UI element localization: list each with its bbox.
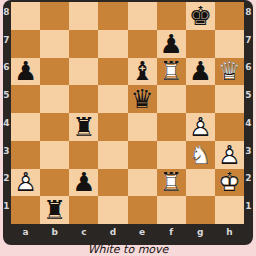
rank-label-3-left: 3 — [2, 137, 11, 165]
square-e2[interactable] — [128, 169, 157, 197]
square-f3[interactable] — [157, 141, 186, 169]
square-b6[interactable] — [40, 58, 69, 86]
file-label-g: g — [186, 224, 215, 240]
square-f6[interactable]: ♜♖ — [157, 58, 186, 86]
rank-label-2-right: 2 — [244, 165, 253, 193]
file-labels-bottom: abcdefgh — [11, 224, 244, 240]
pawn-icon: ♙ — [215, 141, 244, 169]
piece-white-pawn[interactable]: ♟♙ — [186, 113, 215, 141]
square-e1[interactable] — [128, 196, 157, 224]
square-h6[interactable]: ♛♕ — [215, 58, 244, 86]
pawn-icon: ♙ — [11, 169, 40, 197]
piece-white-pawn[interactable]: ♟♙ — [215, 141, 244, 169]
square-d4[interactable] — [98, 113, 127, 141]
rank-label-2-left: 2 — [2, 165, 11, 193]
rank-label-1-right: 1 — [244, 192, 253, 220]
square-h8[interactable] — [215, 2, 244, 30]
square-e7[interactable] — [128, 30, 157, 58]
side-to-move-caption: White to move — [0, 243, 256, 256]
piece-white-knight[interactable]: ♞♘ — [186, 141, 215, 169]
rank-label-3-right: 3 — [244, 137, 253, 165]
rank-label-5-right: 5 — [244, 81, 253, 109]
square-g1[interactable] — [186, 196, 215, 224]
piece-white-queen[interactable]: ♛♕ — [215, 58, 244, 86]
square-e8[interactable] — [128, 2, 157, 30]
piece-black-pawn[interactable]: ♟ — [157, 30, 186, 58]
rank-label-8-right: 8 — [244, 0, 253, 26]
square-c5[interactable] — [69, 85, 98, 113]
square-a8[interactable] — [11, 2, 40, 30]
square-f8[interactable] — [157, 2, 186, 30]
piece-black-king[interactable]: ♚ — [186, 2, 215, 30]
square-c3[interactable] — [69, 141, 98, 169]
queen-icon: ♕ — [215, 58, 244, 86]
square-b2[interactable] — [40, 169, 69, 197]
square-f4[interactable] — [157, 113, 186, 141]
square-h7[interactable] — [215, 30, 244, 58]
square-b7[interactable] — [40, 30, 69, 58]
square-d1[interactable] — [98, 196, 127, 224]
square-g3[interactable]: ♞♘ — [186, 141, 215, 169]
piece-white-rook[interactable]: ♜♖ — [157, 169, 186, 197]
square-h2[interactable]: ♚♔ — [215, 169, 244, 197]
rank-label-8-left: 8 — [2, 0, 11, 26]
square-g2[interactable] — [186, 169, 215, 197]
square-h4[interactable] — [215, 113, 244, 141]
square-f5[interactable] — [157, 85, 186, 113]
square-f2[interactable]: ♜♖ — [157, 169, 186, 197]
square-g4[interactable]: ♟♙ — [186, 113, 215, 141]
rank-label-4-right: 4 — [244, 109, 253, 137]
piece-black-rook[interactable]: ♜ — [40, 196, 69, 224]
square-d7[interactable] — [98, 30, 127, 58]
square-d6[interactable] — [98, 58, 127, 86]
file-label-f: f — [157, 224, 186, 240]
square-b5[interactable] — [40, 85, 69, 113]
square-e3[interactable] — [128, 141, 157, 169]
square-e5[interactable]: ♛ — [128, 85, 157, 113]
piece-black-rook[interactable]: ♜ — [69, 113, 98, 141]
rook-icon: ♖ — [157, 58, 186, 86]
square-c4[interactable]: ♜ — [69, 113, 98, 141]
square-e6[interactable]: ♝ — [128, 58, 157, 86]
square-h3[interactable]: ♟♙ — [215, 141, 244, 169]
piece-black-queen[interactable]: ♛ — [128, 85, 157, 113]
piece-white-rook[interactable]: ♜♖ — [157, 58, 186, 86]
piece-black-pawn[interactable]: ♟ — [186, 58, 215, 86]
square-h1[interactable] — [215, 196, 244, 224]
chess-board[interactable]: ♚♟♟♝♜♖♟♛♕♛♜♟♙♞♘♟♙♟♙♟♜♖♚♔♜ — [11, 2, 244, 224]
rank-label-4-left: 4 — [2, 109, 11, 137]
rank-label-1-left: 1 — [2, 192, 11, 220]
square-g6[interactable]: ♟ — [186, 58, 215, 86]
square-f7[interactable]: ♟ — [157, 30, 186, 58]
file-label-h: h — [215, 224, 244, 240]
file-label-e: e — [128, 224, 157, 240]
rank-label-7-left: 7 — [2, 26, 11, 54]
rook-icon: ♖ — [157, 169, 186, 197]
rank-label-5-left: 5 — [2, 81, 11, 109]
square-d3[interactable] — [98, 141, 127, 169]
square-a7[interactable] — [11, 30, 40, 58]
square-a6[interactable]: ♟ — [11, 58, 40, 86]
square-d8[interactable] — [98, 2, 127, 30]
square-b3[interactable] — [40, 141, 69, 169]
square-d2[interactable] — [98, 169, 127, 197]
square-b8[interactable] — [40, 2, 69, 30]
rank-labels-left: 87654321 — [2, 2, 11, 224]
piece-black-pawn[interactable]: ♟ — [11, 58, 40, 86]
square-c6[interactable] — [69, 58, 98, 86]
square-e4[interactable] — [128, 113, 157, 141]
king-icon: ♔ — [215, 169, 244, 197]
rank-labels-right: 87654321 — [244, 2, 253, 224]
square-c2[interactable]: ♟ — [69, 169, 98, 197]
square-c8[interactable] — [69, 2, 98, 30]
square-d5[interactable] — [98, 85, 127, 113]
square-b4[interactable] — [40, 113, 69, 141]
square-c1[interactable] — [69, 196, 98, 224]
square-g5[interactable] — [186, 85, 215, 113]
square-a4[interactable] — [11, 113, 40, 141]
file-label-b: b — [40, 224, 69, 240]
file-label-a: a — [11, 224, 40, 240]
chess-board-frame: 87654321 ♚♟♟♝♜♖♟♛♕♛♜♟♙♞♘♟♙♟♙♟♜♖♚♔♜ 87654… — [3, 0, 253, 245]
piece-white-king[interactable]: ♚♔ — [215, 169, 244, 197]
file-label-d: d — [98, 224, 127, 240]
piece-black-bishop[interactable]: ♝ — [128, 58, 157, 86]
square-b1[interactable]: ♜ — [40, 196, 69, 224]
square-a3[interactable] — [11, 141, 40, 169]
rank-label-6-left: 6 — [2, 54, 11, 82]
square-a1[interactable] — [11, 196, 40, 224]
file-label-c: c — [69, 224, 98, 240]
pawn-icon: ♙ — [186, 113, 215, 141]
rank-label-7-right: 7 — [244, 26, 253, 54]
square-g7[interactable] — [186, 30, 215, 58]
square-h5[interactable] — [215, 85, 244, 113]
rank-label-6-right: 6 — [244, 54, 253, 82]
square-g8[interactable]: ♚ — [186, 2, 215, 30]
square-f1[interactable] — [157, 196, 186, 224]
piece-white-pawn[interactable]: ♟♙ — [11, 169, 40, 197]
square-c7[interactable] — [69, 30, 98, 58]
knight-icon: ♘ — [186, 141, 215, 169]
square-a2[interactable]: ♟♙ — [11, 169, 40, 197]
piece-black-pawn[interactable]: ♟ — [69, 169, 98, 197]
square-a5[interactable] — [11, 85, 40, 113]
